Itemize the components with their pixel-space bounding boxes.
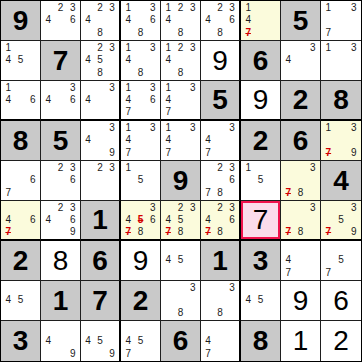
cell-r1c7[interactable]: 147 — [241, 1, 281, 41]
empty-slot — [42, 106, 54, 118]
empty-slot — [294, 214, 306, 226]
candidate-3: 3 — [106, 82, 118, 94]
cell-r5c5[interactable]: 9 — [161, 161, 201, 201]
candidate-4: 4 — [2, 94, 14, 106]
empty-slot — [347, 134, 360, 146]
empty-slot — [147, 147, 159, 159]
candidate-3: 3 — [347, 202, 360, 214]
empty-slot — [27, 202, 39, 214]
cell-r2c6[interactable]: 9 — [201, 41, 241, 81]
empty-slot — [42, 347, 54, 360]
given-digit: 5 — [53, 127, 69, 155]
candidate-2: 2 — [214, 162, 226, 174]
cell-r7c7[interactable]: 3 — [241, 241, 281, 281]
empty-slot — [67, 335, 79, 348]
candidate-6: 6 — [226, 214, 238, 226]
empty-slot — [82, 174, 94, 186]
candidate-8: 8 — [174, 67, 186, 79]
empty-slot — [42, 202, 54, 214]
empty-slot — [27, 106, 39, 118]
empty-slot — [82, 27, 94, 39]
candidate-3: 3 — [226, 2, 238, 14]
cell-r5c6[interactable]: 23678 — [201, 161, 241, 201]
candidate-2: 2 — [54, 2, 66, 14]
empty-slot — [54, 82, 66, 94]
empty-slot — [322, 202, 335, 214]
empty-slot — [254, 282, 266, 294]
given-digit: 5 — [212, 86, 228, 114]
empty-slot — [214, 282, 226, 294]
cell-r4c1[interactable]: 8 — [1, 121, 41, 161]
cell-r7c4[interactable]: 9 — [121, 241, 161, 281]
cell-r6c2[interactable]: 23469 — [41, 201, 81, 241]
empty-slot — [335, 14, 348, 26]
empty-slot — [42, 27, 54, 39]
empty-slot — [322, 214, 335, 226]
pencil-marks: 23458 — [81, 41, 119, 80]
candidate-3: 3 — [187, 282, 199, 294]
empty-slot — [226, 307, 238, 319]
empty-slot — [27, 307, 39, 319]
cell-r2c9[interactable]: 13 — [321, 41, 361, 81]
candidate-4: 4 — [162, 214, 174, 226]
candidate-4: 4 — [202, 14, 214, 26]
candidate-3: 3 — [226, 202, 238, 214]
cell-r6c6[interactable]: 234678 — [201, 201, 241, 241]
empty-slot — [27, 187, 39, 199]
pencil-marks: 12348 — [161, 41, 200, 80]
candidate-4: 4 — [122, 94, 134, 106]
empty-slot — [134, 82, 146, 94]
empty-slot — [134, 202, 146, 214]
empty-slot — [27, 282, 39, 294]
cell-r2c8[interactable]: 34 — [281, 41, 321, 81]
cell-r4c2[interactable]: 5 — [41, 121, 81, 161]
eliminated-candidate-5: 5 — [134, 214, 146, 226]
cell-r8c4[interactable]: 2 — [121, 281, 161, 321]
pencil-marks: 47 — [281, 241, 320, 280]
empty-slot — [2, 106, 14, 118]
cell-r4c5[interactable]: 1347 — [161, 121, 201, 161]
empty-slot — [147, 335, 159, 348]
candidate-3: 3 — [147, 2, 159, 14]
cell-r8c5[interactable]: 38 — [161, 281, 201, 321]
candidate-4: 4 — [82, 134, 94, 146]
empty-slot — [187, 106, 199, 118]
empty-slot — [67, 27, 79, 39]
cell-r7c1[interactable]: 2 — [1, 241, 41, 281]
cell-r8c6[interactable]: 38 — [201, 281, 241, 321]
cell-r2c2[interactable]: 7 — [41, 41, 81, 81]
eliminated-candidate-7: 7 — [322, 226, 335, 238]
cell-r1c5[interactable]: 12348 — [161, 1, 201, 41]
empty-slot — [94, 174, 106, 186]
empty-slot — [226, 322, 238, 335]
empty-slot — [14, 67, 26, 79]
empty-slot — [294, 267, 306, 279]
candidate-1: 1 — [2, 82, 14, 94]
empty-slot — [226, 134, 238, 146]
empty-slot — [322, 134, 335, 146]
candidate-4: 4 — [282, 254, 294, 266]
cell-r2c1[interactable]: 145 — [1, 41, 41, 81]
cell-r8c2[interactable]: 1 — [41, 281, 81, 321]
pencil-marks: 13467 — [121, 81, 160, 119]
empty-slot — [214, 147, 226, 159]
cell-r6c5[interactable]: 234578 — [161, 201, 201, 241]
given-digit: 5 — [293, 7, 309, 35]
cell-r5c9[interactable]: 4 — [321, 161, 361, 201]
empty-slot — [14, 94, 26, 106]
empty-slot — [82, 322, 94, 335]
cell-r2c4[interactable]: 1348 — [121, 41, 161, 81]
candidate-4: 4 — [82, 14, 94, 26]
empty-slot — [122, 202, 134, 214]
candidate-3: 3 — [106, 2, 118, 14]
empty-slot — [294, 242, 306, 254]
empty-slot — [202, 282, 214, 294]
candidate-3: 3 — [307, 42, 319, 54]
cell-r8c8[interactable]: 9 — [281, 281, 321, 321]
empty-slot — [267, 282, 279, 294]
empty-slot — [42, 2, 54, 14]
cell-r3c8[interactable]: 2 — [281, 81, 321, 121]
empty-slot — [322, 54, 335, 66]
candidate-3: 3 — [347, 42, 360, 54]
cell-r2c3[interactable]: 23458 — [81, 41, 121, 81]
empty-slot — [42, 322, 54, 335]
cell-r8c1[interactable]: 45 — [1, 281, 41, 321]
cell-r5c3[interactable]: 23 — [81, 161, 121, 201]
pencil-marks: 34 — [81, 81, 119, 119]
cell-r3c4[interactable]: 13467 — [121, 81, 161, 121]
cell-r1c3[interactable]: 2348 — [81, 1, 121, 41]
cell-r4c9[interactable]: 1379 — [321, 121, 361, 161]
candidate-3: 3 — [226, 122, 238, 134]
empty-slot — [147, 67, 159, 79]
empty-slot — [94, 347, 106, 360]
candidate-6: 6 — [67, 94, 79, 106]
cell-r6c3[interactable]: 1 — [81, 201, 121, 241]
cell-r4c7[interactable]: 2 — [241, 121, 281, 161]
candidate-3: 3 — [106, 42, 118, 54]
candidate-8: 8 — [174, 307, 186, 319]
cell-r3c1[interactable]: 146 — [1, 81, 41, 121]
candidate-4: 4 — [162, 254, 174, 266]
candidate-6: 6 — [27, 94, 39, 106]
empty-slot — [214, 174, 226, 186]
empty-slot — [134, 54, 146, 66]
candidate-6: 6 — [67, 14, 79, 26]
cell-r2c5[interactable]: 12348 — [161, 41, 201, 81]
pencil-marks: 38 — [201, 281, 239, 320]
candidate-7: 7 — [122, 347, 134, 360]
cell-r6c9[interactable]: 3579 — [321, 201, 361, 241]
empty-slot — [14, 214, 26, 226]
candidate-5: 5 — [254, 294, 266, 306]
cell-r9c9[interactable]: 2 — [321, 321, 361, 361]
empty-slot — [214, 214, 226, 226]
candidate-1: 1 — [162, 2, 174, 14]
empty-slot — [14, 42, 26, 54]
candidate-4: 4 — [2, 214, 14, 226]
candidate-3: 3 — [147, 82, 159, 94]
cell-r7c2[interactable]: 8 — [41, 241, 81, 281]
candidate-3: 3 — [147, 122, 159, 134]
pencil-marks: 23 — [81, 161, 119, 200]
given-digit: 7 — [92, 287, 108, 315]
empty-slot — [147, 27, 159, 39]
cell-r9c5[interactable]: 6 — [161, 321, 201, 361]
empty-slot — [27, 42, 39, 54]
candidate-7: 7 — [282, 267, 294, 279]
candidate-4: 4 — [202, 134, 214, 146]
cell-r9c3[interactable]: 459 — [81, 321, 121, 361]
empty-slot — [82, 162, 94, 174]
empty-slot — [187, 242, 199, 254]
cell-r4c6[interactable]: 347 — [201, 121, 241, 161]
candidate-2: 2 — [94, 2, 106, 14]
candidate-4: 4 — [162, 54, 174, 66]
cell-r3c6[interactable]: 5 — [201, 81, 241, 121]
given-digit: 2 — [293, 86, 309, 114]
empty-slot — [27, 82, 39, 94]
empty-slot — [187, 254, 199, 266]
cell-r5c7[interactable]: 15 — [241, 161, 281, 201]
given-digit: 8 — [13, 127, 29, 155]
pencil-marks: 49 — [41, 321, 80, 361]
eliminated-candidate-7: 7 — [162, 226, 174, 238]
candidate-9: 9 — [106, 147, 118, 159]
cell-r7c8[interactable]: 47 — [281, 241, 321, 281]
cell-r1c2[interactable]: 2346 — [41, 1, 81, 41]
empty-slot — [294, 42, 306, 54]
empty-slot — [335, 226, 348, 238]
empty-slot — [134, 347, 146, 360]
empty-slot — [174, 14, 186, 26]
given-digit: 6 — [253, 47, 269, 75]
candidate-7: 7 — [162, 106, 174, 118]
empty-slot — [226, 27, 238, 39]
pencil-marks: 234578 — [161, 201, 200, 239]
candidate-5: 5 — [335, 214, 348, 226]
solved-digit: 9 — [253, 86, 269, 114]
cell-r3c5[interactable]: 1347 — [161, 81, 201, 121]
empty-slot — [162, 267, 174, 279]
empty-slot — [335, 242, 348, 254]
cell-r9c4[interactable]: 457 — [121, 321, 161, 361]
cell-r7c9[interactable]: 57 — [321, 241, 361, 281]
given-digit: 9 — [173, 167, 189, 195]
cell-r1c1[interactable]: 9 — [1, 1, 41, 41]
empty-slot — [54, 174, 66, 186]
cell-r5c8[interactable]: 378 — [281, 161, 321, 201]
cell-r1c4[interactable]: 13468 — [121, 1, 161, 41]
sudoku-board: 9234623481346812348234681475137145723458… — [0, 0, 362, 362]
empty-slot — [322, 14, 335, 26]
candidate-2: 2 — [94, 42, 106, 54]
cell-r1c8[interactable]: 5 — [281, 1, 321, 41]
candidate-8: 8 — [214, 27, 226, 39]
empty-slot — [242, 307, 254, 319]
candidate-4: 4 — [42, 335, 54, 348]
candidate-1: 1 — [122, 162, 134, 174]
eliminated-candidate-7: 7 — [282, 187, 294, 199]
empty-slot — [174, 147, 186, 159]
empty-slot — [347, 214, 360, 226]
empty-slot — [134, 147, 146, 159]
cell-r4c8[interactable]: 6 — [281, 121, 321, 161]
pencil-marks: 467 — [1, 201, 40, 239]
given-digit: 3 — [13, 327, 29, 355]
candidate-1: 1 — [2, 42, 14, 54]
empty-slot — [267, 174, 279, 186]
candidate-4: 4 — [42, 214, 54, 226]
empty-slot — [54, 214, 66, 226]
candidate-7: 7 — [322, 267, 335, 279]
given-digit: 6 — [173, 327, 189, 355]
empty-slot — [82, 187, 94, 199]
candidate-1: 1 — [162, 82, 174, 94]
cell-r8c3[interactable]: 7 — [81, 281, 121, 321]
empty-slot — [347, 14, 360, 26]
empty-slot — [94, 134, 106, 146]
candidate-5: 5 — [134, 335, 146, 348]
empty-slot — [94, 106, 106, 118]
candidate-7: 7 — [122, 106, 134, 118]
empty-slot — [202, 322, 214, 335]
empty-slot — [254, 187, 266, 199]
empty-slot — [162, 294, 174, 306]
empty-slot — [254, 2, 266, 14]
candidate-5: 5 — [14, 54, 26, 66]
candidate-2: 2 — [214, 202, 226, 214]
empty-slot — [347, 67, 360, 79]
candidate-3: 3 — [307, 162, 319, 174]
empty-slot — [42, 82, 54, 94]
solved-digit: 9 — [133, 247, 149, 275]
cell-r6c4[interactable]: 345678 — [121, 201, 161, 241]
candidate-5: 5 — [134, 174, 146, 186]
empty-slot — [147, 162, 159, 174]
solved-digit: 9 — [212, 47, 228, 75]
pencil-marks: 378 — [281, 201, 320, 239]
candidate-5: 5 — [14, 294, 26, 306]
candidate-6: 6 — [67, 174, 79, 186]
empty-slot — [82, 347, 94, 360]
empty-slot — [106, 106, 118, 118]
empty-slot — [202, 122, 214, 134]
cell-r9c2[interactable]: 49 — [41, 321, 81, 361]
cell-r3c7[interactable]: 9 — [241, 81, 281, 121]
cell-r7c5[interactable]: 45 — [161, 241, 201, 281]
cell-r4c4[interactable]: 1347 — [121, 121, 161, 161]
empty-slot — [106, 14, 118, 26]
cell-r1c6[interactable]: 23468 — [201, 1, 241, 41]
cell-r2c7[interactable]: 6 — [241, 41, 281, 81]
candidate-4: 4 — [42, 94, 54, 106]
given-digit: 4 — [333, 167, 349, 195]
pencil-marks: 1347 — [161, 121, 200, 160]
empty-slot — [27, 54, 39, 66]
candidate-8: 8 — [214, 226, 226, 238]
empty-slot — [174, 54, 186, 66]
cell-r8c9[interactable]: 6 — [321, 281, 361, 321]
pencil-marks: 45 — [241, 281, 280, 320]
empty-slot — [335, 42, 348, 54]
cell-r5c1[interactable]: 67 — [1, 161, 41, 201]
cell-r5c2[interactable]: 236 — [41, 161, 81, 201]
empty-slot — [42, 162, 54, 174]
empty-slot — [347, 242, 360, 254]
empty-slot — [134, 2, 146, 14]
candidate-7: 7 — [122, 147, 134, 159]
cell-r3c3[interactable]: 34 — [81, 81, 121, 121]
cell-r7c3[interactable]: 6 — [81, 241, 121, 281]
empty-slot — [214, 347, 226, 360]
cell-r3c2[interactable]: 346 — [41, 81, 81, 121]
empty-slot — [226, 347, 238, 360]
cell-r5c4[interactable]: 15 — [121, 161, 161, 201]
candidate-3: 3 — [187, 202, 199, 214]
cell-r6c8[interactable]: 378 — [281, 201, 321, 241]
candidate-9: 9 — [347, 147, 360, 159]
candidate-6: 6 — [147, 214, 159, 226]
empty-slot — [67, 322, 79, 335]
candidate-3: 3 — [307, 202, 319, 214]
cell-r8c7[interactable]: 45 — [241, 281, 281, 321]
empty-slot — [122, 174, 134, 186]
empty-slot — [134, 187, 146, 199]
pencil-marks: 1347 — [161, 81, 200, 119]
empty-slot — [134, 14, 146, 26]
cell-r7c6[interactable]: 1 — [201, 241, 241, 281]
empty-slot — [122, 187, 134, 199]
empty-slot — [122, 322, 134, 335]
cell-r9c1[interactable]: 3 — [1, 321, 41, 361]
cell-r6c1[interactable]: 467 — [1, 201, 41, 241]
cell-r4c3[interactable]: 349 — [81, 121, 121, 161]
empty-slot — [267, 162, 279, 174]
candidate-1: 1 — [122, 42, 134, 54]
cell-r1c9[interactable]: 137 — [321, 1, 361, 41]
empty-slot — [226, 294, 238, 306]
empty-slot — [82, 42, 94, 54]
empty-slot — [67, 106, 79, 118]
empty-slot — [282, 162, 294, 174]
candidate-6: 6 — [27, 174, 39, 186]
cell-r6c7[interactable]: 7 — [241, 201, 281, 241]
empty-slot — [82, 2, 94, 14]
candidate-9: 9 — [67, 226, 79, 238]
empty-slot — [82, 147, 94, 159]
cell-r9c6[interactable]: 47 — [201, 321, 241, 361]
candidate-3: 3 — [226, 162, 238, 174]
empty-slot — [134, 94, 146, 106]
candidate-8: 8 — [294, 226, 306, 238]
candidate-3: 3 — [67, 162, 79, 174]
empty-slot — [174, 82, 186, 94]
cell-r3c9[interactable]: 8 — [321, 81, 361, 121]
pencil-marks: 13 — [321, 41, 361, 80]
cell-r9c8[interactable]: 1 — [281, 321, 321, 361]
empty-slot — [254, 14, 266, 26]
empty-slot — [226, 226, 238, 238]
cell-r9c7[interactable]: 8 — [241, 321, 281, 361]
empty-slot — [307, 214, 319, 226]
empty-slot — [335, 122, 348, 134]
empty-slot — [147, 226, 159, 238]
